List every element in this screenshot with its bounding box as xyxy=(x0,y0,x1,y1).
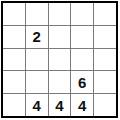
cell-r2c1[interactable] xyxy=(26,49,48,71)
cell-r1c3[interactable] xyxy=(71,26,93,48)
cell-r2c3[interactable] xyxy=(71,49,93,71)
cell-r4c4[interactable] xyxy=(94,94,116,116)
cell-r0c1[interactable] xyxy=(26,3,48,25)
cell-r2c4[interactable] xyxy=(94,49,116,71)
cell-r3c3-clue[interactable]: 6 xyxy=(71,71,93,93)
puzzle-board: 26444 xyxy=(1,1,118,118)
cell-r1c0[interactable] xyxy=(3,26,25,48)
cell-r1c1-clue[interactable]: 2 xyxy=(26,26,48,48)
cell-r0c3[interactable] xyxy=(71,3,93,25)
cell-r3c2[interactable] xyxy=(49,71,71,93)
cell-r4c3-clue[interactable]: 4 xyxy=(71,94,93,116)
cell-r2c0[interactable] xyxy=(3,49,25,71)
cell-r3c1[interactable] xyxy=(26,71,48,93)
cell-r4c2-clue[interactable]: 4 xyxy=(49,94,71,116)
cell-r3c0[interactable] xyxy=(3,71,25,93)
cell-r1c4[interactable] xyxy=(94,26,116,48)
cell-r4c1-clue[interactable]: 4 xyxy=(26,94,48,116)
cell-r0c2[interactable] xyxy=(49,3,71,25)
cell-r3c4[interactable] xyxy=(94,71,116,93)
cell-r2c2[interactable] xyxy=(49,49,71,71)
cell-r4c0[interactable] xyxy=(3,94,25,116)
cell-r0c4[interactable] xyxy=(94,3,116,25)
cell-r0c0[interactable] xyxy=(3,3,25,25)
cell-r1c2[interactable] xyxy=(49,26,71,48)
